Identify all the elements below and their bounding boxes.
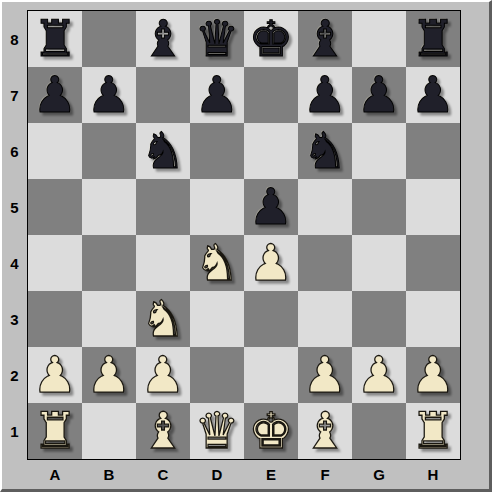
square-c8[interactable]: ♝ bbox=[136, 11, 190, 67]
piece-white-knight-c3[interactable]: ♞ bbox=[141, 294, 186, 344]
square-a3[interactable] bbox=[28, 291, 82, 347]
file-label-g: G bbox=[352, 463, 406, 485]
square-h5[interactable] bbox=[406, 179, 460, 235]
square-b2[interactable]: ♟ bbox=[82, 347, 136, 403]
piece-white-knight-d4[interactable]: ♞ bbox=[195, 238, 240, 288]
square-d8[interactable]: ♛ bbox=[190, 11, 244, 67]
piece-white-bishop-c1[interactable]: ♝ bbox=[141, 406, 186, 456]
square-d3[interactable] bbox=[190, 291, 244, 347]
piece-black-pawn-d7[interactable]: ♟ bbox=[195, 70, 240, 120]
piece-white-pawn-b2[interactable]: ♟ bbox=[87, 350, 132, 400]
diagram-frame: 87654321 ♜♝♛♚♝♜♟♟♟♟♟♟♞♞♟♞♟♞♟♟♟♟♟♟♜♝♛♚♝♜ … bbox=[0, 0, 492, 492]
square-g7[interactable]: ♟ bbox=[352, 67, 406, 123]
square-d4[interactable]: ♞ bbox=[190, 235, 244, 291]
square-c1[interactable]: ♝ bbox=[136, 403, 190, 459]
square-f4[interactable] bbox=[298, 235, 352, 291]
square-a8[interactable]: ♜ bbox=[28, 11, 82, 67]
square-f7[interactable]: ♟ bbox=[298, 67, 352, 123]
piece-black-knight-c6[interactable]: ♞ bbox=[141, 126, 186, 176]
square-d5[interactable] bbox=[190, 179, 244, 235]
rank-label-3: 3 bbox=[2, 291, 27, 347]
file-label-a: A bbox=[28, 463, 82, 485]
square-c3[interactable]: ♞ bbox=[136, 291, 190, 347]
square-f1[interactable]: ♝ bbox=[298, 403, 352, 459]
square-e4[interactable]: ♟ bbox=[244, 235, 298, 291]
file-label-b: B bbox=[82, 463, 136, 485]
piece-black-pawn-a7[interactable]: ♟ bbox=[33, 70, 78, 120]
square-e7[interactable] bbox=[244, 67, 298, 123]
square-e3[interactable] bbox=[244, 291, 298, 347]
square-c6[interactable]: ♞ bbox=[136, 123, 190, 179]
piece-white-pawn-f2[interactable]: ♟ bbox=[303, 350, 348, 400]
square-f5[interactable] bbox=[298, 179, 352, 235]
square-a7[interactable]: ♟ bbox=[28, 67, 82, 123]
piece-white-king-e1[interactable]: ♚ bbox=[249, 406, 294, 456]
square-f6[interactable]: ♞ bbox=[298, 123, 352, 179]
square-h8[interactable]: ♜ bbox=[406, 11, 460, 67]
rank-label-5: 5 bbox=[2, 179, 27, 235]
square-a5[interactable] bbox=[28, 179, 82, 235]
piece-black-pawn-f7[interactable]: ♟ bbox=[303, 70, 348, 120]
piece-white-bishop-f1[interactable]: ♝ bbox=[303, 406, 348, 456]
square-h2[interactable]: ♟ bbox=[406, 347, 460, 403]
square-b6[interactable] bbox=[82, 123, 136, 179]
rank-labels: 87654321 bbox=[2, 11, 27, 459]
piece-black-bishop-c8[interactable]: ♝ bbox=[141, 14, 186, 64]
square-h4[interactable] bbox=[406, 235, 460, 291]
piece-white-queen-d1[interactable]: ♛ bbox=[195, 406, 240, 456]
file-labels: ABCDEFGH bbox=[28, 463, 460, 485]
square-g3[interactable] bbox=[352, 291, 406, 347]
square-b3[interactable] bbox=[82, 291, 136, 347]
piece-white-rook-h1[interactable]: ♜ bbox=[411, 406, 456, 456]
piece-white-rook-a1[interactable]: ♜ bbox=[33, 406, 78, 456]
square-f3[interactable] bbox=[298, 291, 352, 347]
piece-white-pawn-e4[interactable]: ♟ bbox=[249, 238, 294, 288]
square-b5[interactable] bbox=[82, 179, 136, 235]
piece-black-king-e8[interactable]: ♚ bbox=[249, 14, 294, 64]
square-c7[interactable] bbox=[136, 67, 190, 123]
square-b4[interactable] bbox=[82, 235, 136, 291]
square-c4[interactable] bbox=[136, 235, 190, 291]
rank-label-4: 4 bbox=[2, 235, 27, 291]
piece-black-pawn-h7[interactable]: ♟ bbox=[411, 70, 456, 120]
square-b1[interactable] bbox=[82, 403, 136, 459]
square-e2[interactable] bbox=[244, 347, 298, 403]
square-h1[interactable]: ♜ bbox=[406, 403, 460, 459]
file-label-f: F bbox=[298, 463, 352, 485]
square-g4[interactable] bbox=[352, 235, 406, 291]
rank-label-6: 6 bbox=[2, 123, 27, 179]
square-d7[interactable]: ♟ bbox=[190, 67, 244, 123]
rank-label-2: 2 bbox=[2, 347, 27, 403]
square-g2[interactable]: ♟ bbox=[352, 347, 406, 403]
piece-white-pawn-a2[interactable]: ♟ bbox=[33, 350, 78, 400]
square-g1[interactable] bbox=[352, 403, 406, 459]
piece-white-pawn-c2[interactable]: ♟ bbox=[141, 350, 186, 400]
piece-black-rook-a8[interactable]: ♜ bbox=[33, 14, 78, 64]
piece-white-pawn-h2[interactable]: ♟ bbox=[411, 350, 456, 400]
piece-black-pawn-e5[interactable]: ♟ bbox=[249, 182, 294, 232]
piece-black-bishop-f8[interactable]: ♝ bbox=[303, 14, 348, 64]
square-c5[interactable] bbox=[136, 179, 190, 235]
square-f2[interactable]: ♟ bbox=[298, 347, 352, 403]
square-b7[interactable]: ♟ bbox=[82, 67, 136, 123]
square-h6[interactable] bbox=[406, 123, 460, 179]
rank-label-7: 7 bbox=[2, 67, 27, 123]
square-c2[interactable]: ♟ bbox=[136, 347, 190, 403]
file-label-d: D bbox=[190, 463, 244, 485]
square-h7[interactable]: ♟ bbox=[406, 67, 460, 123]
square-a2[interactable]: ♟ bbox=[28, 347, 82, 403]
square-h3[interactable] bbox=[406, 291, 460, 347]
piece-white-pawn-g2[interactable]: ♟ bbox=[357, 350, 402, 400]
square-g5[interactable] bbox=[352, 179, 406, 235]
square-d6[interactable] bbox=[190, 123, 244, 179]
rank-label-1: 1 bbox=[2, 403, 27, 459]
piece-black-queen-d8[interactable]: ♛ bbox=[195, 14, 240, 64]
piece-black-pawn-b7[interactable]: ♟ bbox=[87, 70, 132, 120]
square-d1[interactable]: ♛ bbox=[190, 403, 244, 459]
square-g8[interactable] bbox=[352, 11, 406, 67]
file-label-h: H bbox=[406, 463, 460, 485]
square-e1[interactable]: ♚ bbox=[244, 403, 298, 459]
piece-black-rook-h8[interactable]: ♜ bbox=[411, 14, 456, 64]
chess-board: ♜♝♛♚♝♜♟♟♟♟♟♟♞♞♟♞♟♞♟♟♟♟♟♟♜♝♛♚♝♜ bbox=[27, 10, 461, 460]
square-a1[interactable]: ♜ bbox=[28, 403, 82, 459]
square-e6[interactable] bbox=[244, 123, 298, 179]
square-b8[interactable] bbox=[82, 11, 136, 67]
square-a6[interactable] bbox=[28, 123, 82, 179]
square-f8[interactable]: ♝ bbox=[298, 11, 352, 67]
square-d2[interactable] bbox=[190, 347, 244, 403]
piece-black-knight-f6[interactable]: ♞ bbox=[303, 126, 348, 176]
piece-black-pawn-g7[interactable]: ♟ bbox=[357, 70, 402, 120]
file-label-e: E bbox=[244, 463, 298, 485]
square-e8[interactable]: ♚ bbox=[244, 11, 298, 67]
file-label-c: C bbox=[136, 463, 190, 485]
square-g6[interactable] bbox=[352, 123, 406, 179]
rank-label-8: 8 bbox=[2, 11, 27, 67]
square-e5[interactable]: ♟ bbox=[244, 179, 298, 235]
square-a4[interactable] bbox=[28, 235, 82, 291]
